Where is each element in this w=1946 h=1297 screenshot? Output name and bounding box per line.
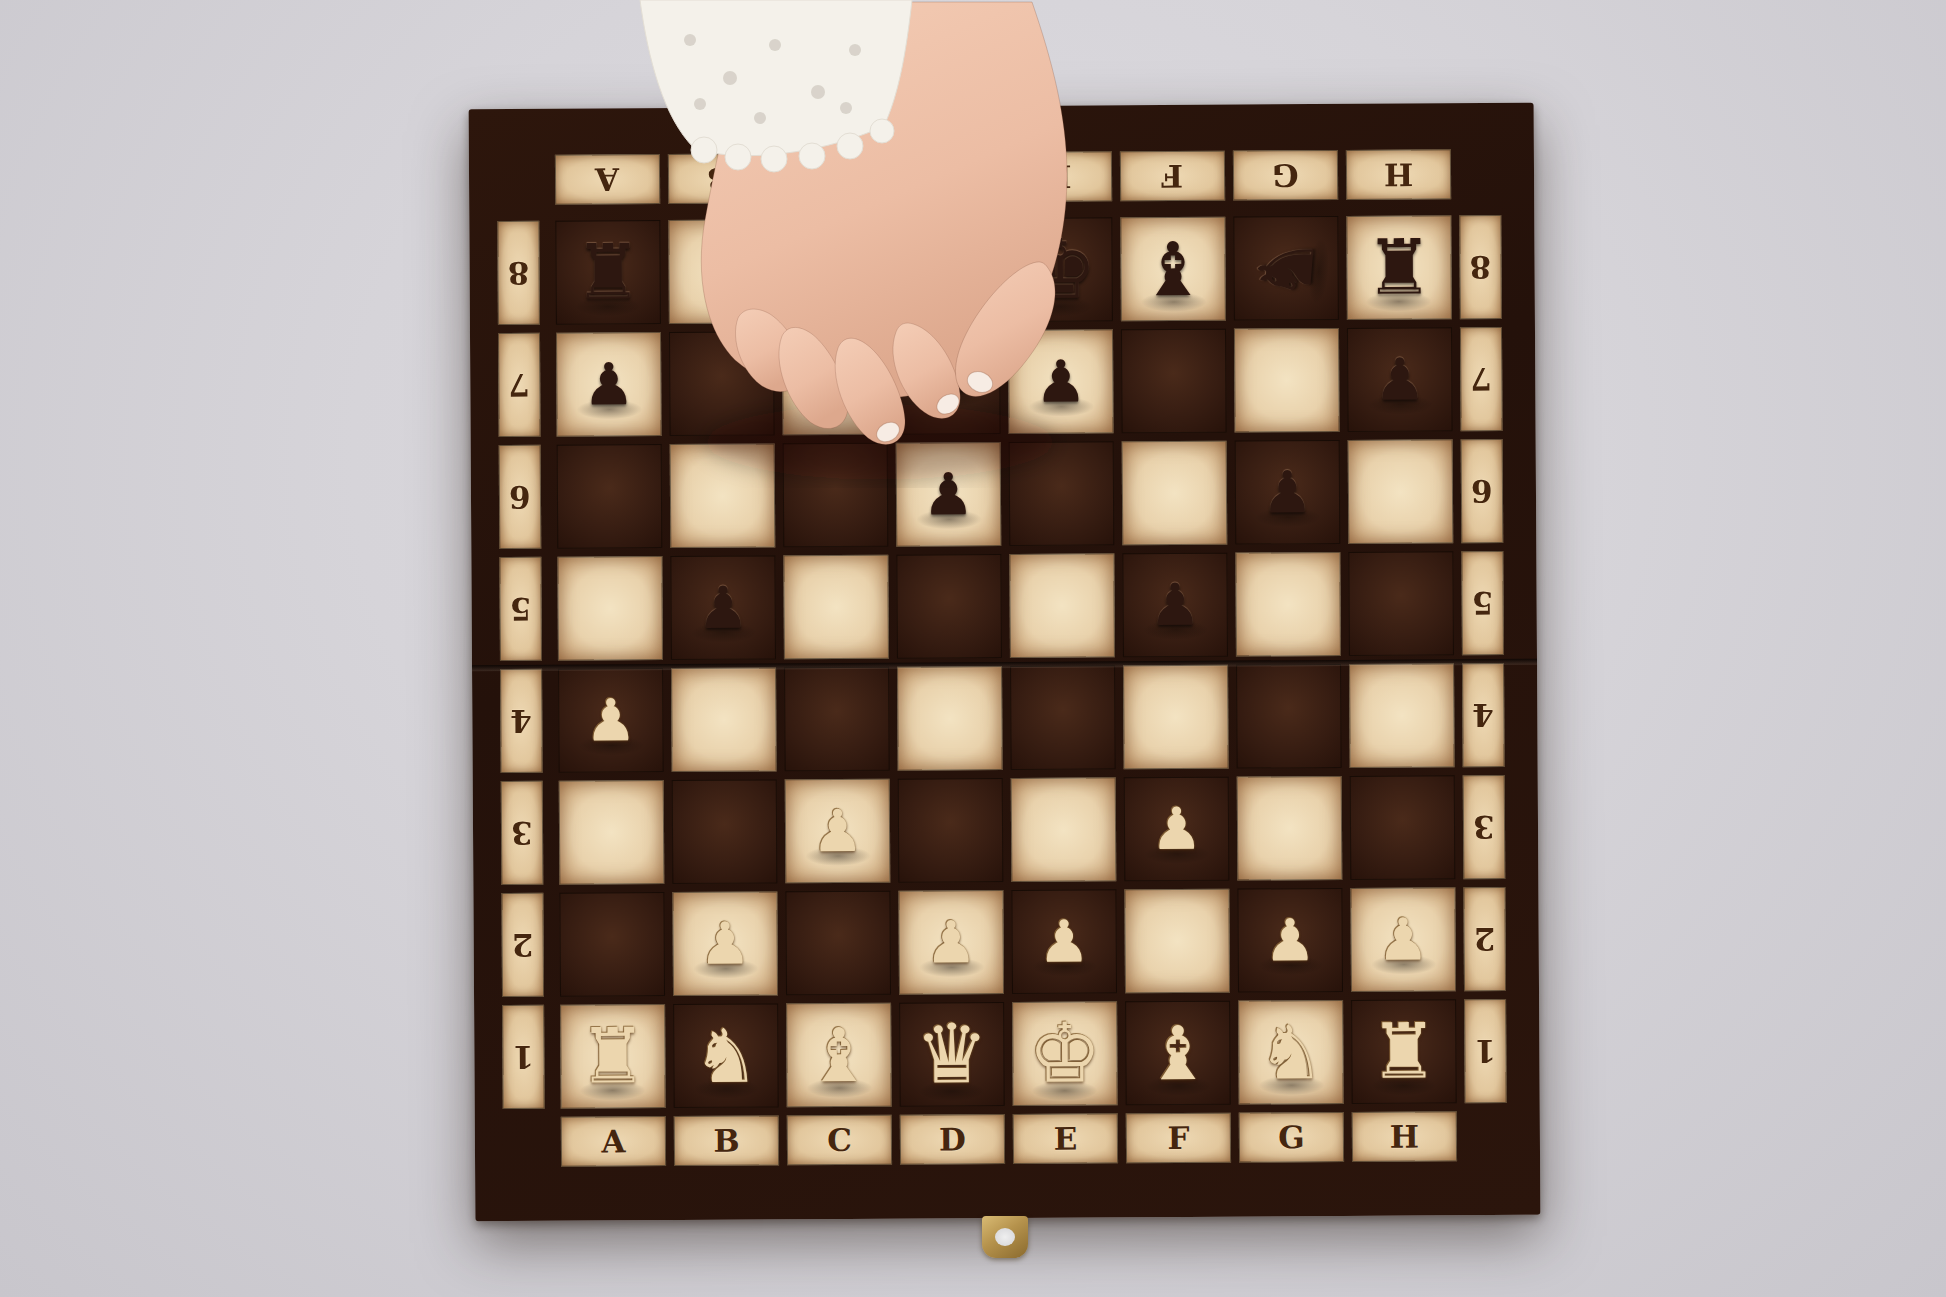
file-label-bottom-c: C: [787, 1115, 892, 1166]
black-rook-glyph: ♜: [1365, 229, 1434, 305]
coord-text: D: [939, 1121, 966, 1157]
square-h6[interactable]: [1348, 439, 1454, 544]
coord-text: 8: [1470, 249, 1492, 285]
piece-white-pawn-h2[interactable]: ♟: [1350, 887, 1456, 992]
white-bishop-glyph: ♝: [806, 1018, 873, 1092]
rank-label-left-5: 5: [499, 557, 542, 661]
piece-white-bishop-c1[interactable]: ♝: [786, 1003, 892, 1108]
piece-white-bishop-f1[interactable]: ♝: [1125, 1001, 1231, 1106]
coord-text: B: [713, 1123, 739, 1159]
piece-black-knight-g8[interactable]: ♞: [1233, 216, 1339, 321]
square-d3[interactable]: [898, 778, 1004, 883]
square-d4[interactable]: [897, 666, 1003, 771]
coord-text: 3: [1473, 809, 1495, 845]
file-label-bottom-h: H: [1352, 1111, 1457, 1162]
square-b7[interactable]: [669, 331, 775, 436]
rank-label-right-4: 4: [1462, 663, 1505, 767]
square-b8[interactable]: [668, 219, 774, 324]
coord-text: E: [1048, 159, 1072, 195]
rank-label-left-2: 2: [501, 893, 544, 997]
coord-text: 8: [508, 255, 530, 291]
coord-text: H: [1384, 156, 1414, 192]
square-c2[interactable]: [785, 891, 891, 996]
piece-white-pawn-c3[interactable]: ♟: [785, 779, 891, 884]
coord-text: 4: [510, 703, 532, 739]
rank-label-left-4: 4: [500, 669, 543, 773]
white-knight-glyph: ♞: [693, 1019, 760, 1093]
file-label-top-b: B: [668, 153, 773, 204]
white-pawn-glyph: ♟: [1264, 911, 1316, 969]
file-label-bottom-a: A: [561, 1116, 666, 1167]
piece-white-pawn-e2[interactable]: ♟: [1011, 889, 1117, 994]
square-h5[interactable]: [1348, 551, 1454, 656]
piece-white-knight-b1[interactable]: ♞: [673, 1003, 779, 1108]
black-bishop-glyph: ♝: [1140, 232, 1207, 306]
square-e5[interactable]: [1009, 553, 1115, 658]
piece-white-rook-a1[interactable]: ♜: [560, 1004, 666, 1109]
piece-black-pawn-d7[interactable]: ♟: [895, 330, 1001, 435]
piece-black-pawn-a7[interactable]: ♟: [556, 332, 662, 437]
coord-text: 5: [510, 591, 532, 627]
coord-text: A: [595, 161, 619, 197]
square-g3[interactable]: [1237, 776, 1343, 881]
piece-black-pawn-h7[interactable]: ♟: [1347, 327, 1453, 432]
file-label-bottom-f: F: [1126, 1113, 1231, 1164]
rank-label-left-1: 1: [502, 1005, 545, 1109]
square-b6[interactable]: [670, 443, 776, 548]
coord-text: 7: [508, 367, 530, 403]
square-c7[interactable]: [782, 331, 888, 436]
square-c4[interactable]: [784, 667, 890, 772]
coord-text: 6: [509, 479, 531, 515]
square-b4[interactable]: [671, 667, 777, 772]
rank-label-right-2: 2: [1463, 887, 1506, 991]
coord-text: 4: [1472, 697, 1494, 733]
rank-label-right-3: 3: [1463, 775, 1506, 879]
file-label-top-e: E: [1007, 151, 1112, 202]
square-f7[interactable]: [1121, 329, 1227, 434]
square-a6[interactable]: [557, 444, 663, 549]
white-pawn-glyph: ♟: [811, 802, 863, 860]
coord-text: 1: [512, 1039, 534, 1075]
white-bishop-glyph: ♝: [1144, 1016, 1211, 1090]
coord-text: 2: [1474, 921, 1496, 957]
file-label-bottom-g: G: [1239, 1112, 1344, 1163]
coord-text: E: [1053, 1121, 1077, 1157]
black-rook-glyph: ♜: [574, 234, 643, 310]
rank-label-left-7: 7: [498, 333, 541, 437]
square-a5[interactable]: [557, 556, 663, 661]
black-king-glyph: ♚: [1023, 228, 1097, 310]
file-label-top-f: F: [1120, 151, 1225, 202]
rank-label-left-3: 3: [501, 781, 544, 885]
black-pawn-glyph: ♟: [583, 355, 635, 413]
coord-text: 2: [512, 927, 534, 963]
piece-white-knight-g1[interactable]: ♞: [1238, 1000, 1344, 1105]
white-pawn-glyph: ♟: [1150, 800, 1202, 858]
white-pawn-glyph: ♟: [699, 915, 751, 973]
piece-white-pawn-f3[interactable]: ♟: [1124, 777, 1230, 882]
piece-black-pawn-f5[interactable]: ♟: [1122, 553, 1228, 658]
white-pawn-glyph: ♟: [585, 691, 637, 749]
coord-text: B: [707, 161, 733, 197]
coord-text: 1: [1474, 1033, 1496, 1069]
rank-label-right-6: 6: [1461, 439, 1504, 543]
square-c8[interactable]: [781, 219, 887, 324]
square-f4[interactable]: [1123, 665, 1229, 770]
rank-label-right-1: 1: [1464, 999, 1507, 1103]
coord-text: F: [1161, 158, 1183, 194]
piece-white-king-e1[interactable]: ♚: [1012, 1001, 1118, 1106]
black-pawn-glyph: ♟: [918, 336, 977, 401]
white-pawn-glyph: ♟: [1038, 912, 1090, 970]
coord-text: 6: [1471, 473, 1493, 509]
rank-label-left-8: 8: [497, 221, 540, 325]
rank-label-right-7: 7: [1460, 327, 1503, 431]
square-a2[interactable]: [559, 892, 665, 997]
file-label-top-g: G: [1233, 150, 1338, 201]
coord-text: 5: [1472, 585, 1494, 621]
coord-text: 3: [511, 815, 533, 851]
piece-black-pawn-d6[interactable]: ♟: [896, 442, 1002, 547]
square-e4[interactable]: [1010, 665, 1116, 770]
black-pawn-glyph: ♟: [922, 465, 974, 523]
piece-black-rook-h8[interactable]: ♜: [1346, 215, 1452, 320]
piece-black-bishop-f8[interactable]: ♝: [1120, 217, 1226, 322]
coord-text: H: [1390, 1118, 1420, 1154]
piece-white-pawn-g2[interactable]: ♟: [1237, 888, 1343, 993]
coord-text: D: [933, 159, 960, 195]
square-c6[interactable]: [783, 443, 889, 548]
black-pawn-glyph: ♟: [1035, 352, 1087, 410]
white-rook-glyph: ♜: [1370, 1013, 1439, 1089]
piece-white-pawn-a4[interactable]: ♟: [558, 668, 664, 773]
coord-text: C: [827, 1122, 852, 1158]
white-pawn-glyph: ♟: [1377, 910, 1429, 968]
file-label-bottom-d: D: [900, 1114, 1005, 1165]
square-h3[interactable]: [1350, 775, 1456, 880]
rank-label-right-5: 5: [1461, 551, 1504, 655]
file-label-top-d: D: [894, 152, 999, 203]
square-g4[interactable]: [1236, 664, 1342, 769]
white-pawn-glyph: ♟: [925, 913, 977, 971]
piece-black-pawn-b5[interactable]: ♟: [670, 555, 776, 660]
piece-white-pawn-b2[interactable]: ♟: [672, 891, 778, 996]
piece-black-rook-a8[interactable]: ♜: [555, 220, 661, 325]
black-knight-glyph: ♞: [1247, 232, 1326, 304]
square-g5[interactable]: [1235, 552, 1341, 657]
coord-text: F: [1167, 1120, 1189, 1156]
square-f6[interactable]: [1122, 441, 1228, 546]
file-label-bottom-e: E: [1013, 1113, 1118, 1164]
rank-label-left-6: 6: [499, 445, 542, 549]
square-d5[interactable]: [896, 554, 1002, 659]
square-a3[interactable]: [559, 780, 665, 885]
black-pawn-glyph: ♟: [1374, 350, 1426, 408]
piece-black-pawn-g6[interactable]: ♟: [1235, 440, 1341, 545]
square-e3[interactable]: [1011, 777, 1117, 882]
brass-clasp: [982, 1216, 1028, 1258]
white-king-glyph: ♚: [1028, 1012, 1102, 1094]
square-b3[interactable]: [672, 779, 778, 884]
square-f2[interactable]: [1124, 889, 1230, 994]
piece-white-pawn-d2[interactable]: ♟: [898, 890, 1004, 995]
chess-board: ABCDEFGHABCDEFGH8765432187654321♜♚♝♞♜♟♟♟…: [469, 103, 1541, 1221]
black-pawn-glyph: ♟: [697, 579, 749, 637]
piece-black-king-e8[interactable]: ♚: [1007, 217, 1113, 322]
white-rook-glyph: ♜: [579, 1018, 648, 1094]
coord-text: G: [1272, 157, 1299, 193]
black-pawn-glyph: ♟: [1261, 463, 1313, 521]
file-label-top-c: C: [781, 153, 886, 204]
rank-label-right-8: 8: [1459, 215, 1502, 319]
piece-white-queen-d1[interactable]: ♛: [899, 1002, 1005, 1107]
piece-white-rook-h1[interactable]: ♜: [1351, 999, 1457, 1104]
file-label-top-a: A: [555, 154, 660, 205]
square-d8[interactable]: [894, 218, 1000, 323]
square-e6[interactable]: [1009, 441, 1115, 546]
file-label-top-h: H: [1346, 149, 1451, 200]
photo-scene: { "game": "chess", "scene": { "descripti…: [0, 0, 1946, 1297]
coord-text: A: [601, 1123, 625, 1159]
white-queen-glyph: ♛: [915, 1013, 989, 1095]
piece-black-pawn-e7[interactable]: ♟: [1008, 329, 1114, 434]
square-h4[interactable]: [1349, 663, 1455, 768]
black-pawn-glyph: ♟: [1149, 576, 1201, 634]
coord-text: 7: [1470, 361, 1492, 397]
square-g7[interactable]: [1234, 328, 1340, 433]
coord-text: C: [821, 160, 846, 196]
white-knight-glyph: ♞: [1257, 1015, 1324, 1089]
coord-text: G: [1278, 1119, 1305, 1155]
square-c5[interactable]: [783, 555, 889, 660]
file-label-bottom-b: B: [674, 1115, 779, 1166]
